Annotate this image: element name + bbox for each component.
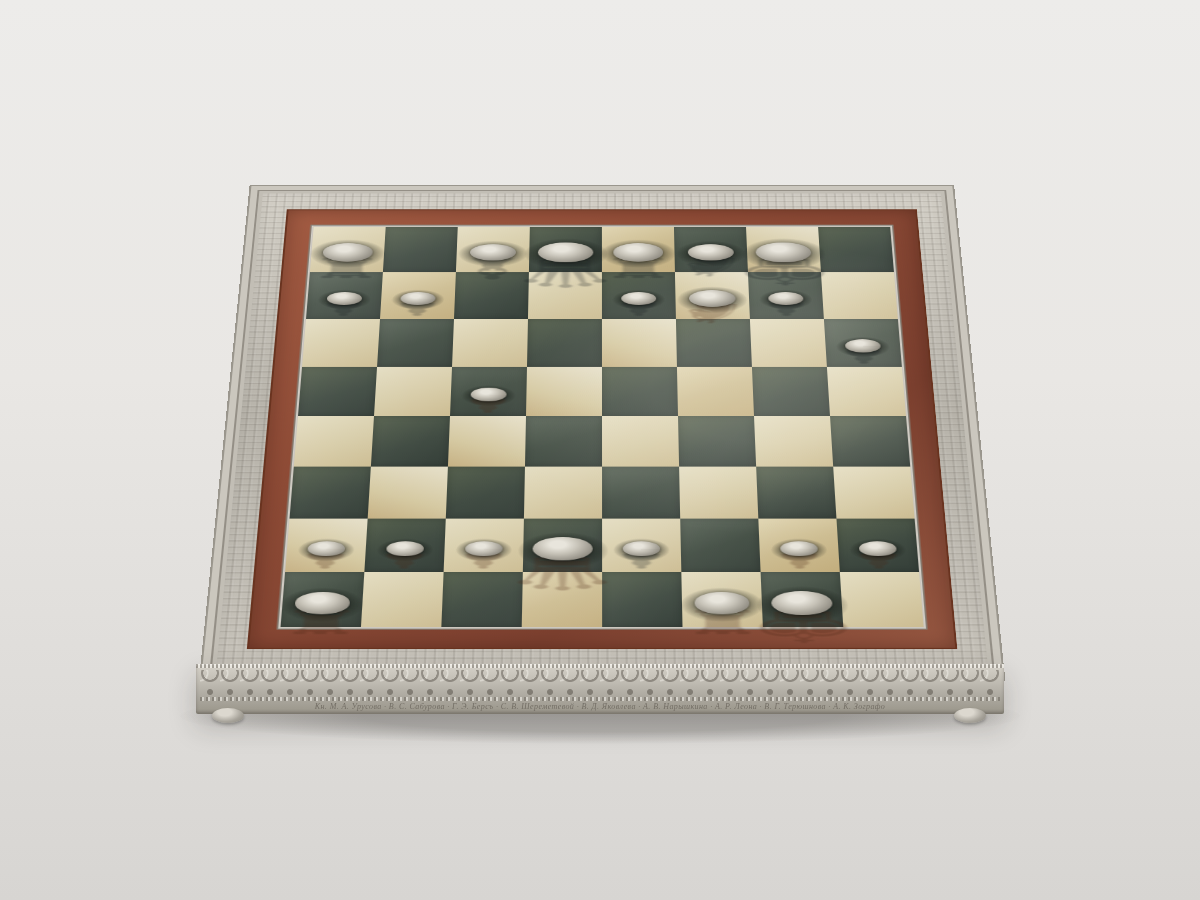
square-f8 [674,227,748,272]
square-f4 [678,416,756,467]
square-e8 [602,227,675,272]
square-h6 [824,319,902,367]
square-h8 [818,227,894,272]
acanthus-leaf-band [200,670,1000,696]
white-pawn-glyph: ♟ [378,493,432,553]
square-c7 [454,272,529,319]
square-a8 [310,227,386,272]
white-rook-glyph: ♜ [280,513,365,608]
square-h4 [830,416,910,467]
white-queen-glyph: ♛ [504,423,621,554]
square-a6 [302,319,380,367]
engraved-names: Кн. М. А. Урусова · В. С. Сабурова · Г. … [208,702,992,713]
square-f6 [676,319,752,367]
square-b5 [374,367,452,416]
square-b7 [380,272,456,319]
square-g5 [752,367,830,416]
square-e6 [602,319,677,367]
square-d5 [526,367,602,416]
frame-front-face: Кн. М. А. Урусова · В. С. Сабурова · Г. … [196,664,1004,714]
square-g4 [754,416,833,467]
square-h5 [827,367,906,416]
square-c5 [450,367,527,416]
square-e7 [602,272,676,319]
square-a5 [298,367,377,416]
bun-foot-left [212,708,244,723]
bead-row [200,697,1000,701]
square-d8 [529,227,602,272]
square-a4 [294,416,374,467]
chess-board: ♜♜♝♝♛♛♜♜♞♞♚♚♟♟♟♟♟♟♞♞♟♟♟♟♟♟♟♟♟♟♟♟♛♛♟♟♟♟♟♟… [199,185,1005,681]
square-g6 [750,319,827,367]
square-b4 [371,416,450,467]
white-pawn-glyph: ♟ [457,493,511,553]
square-d7 [528,272,602,319]
square-f5 [677,367,754,416]
white-king-glyph: ♚ [746,484,857,608]
square-g7 [748,272,824,319]
square-h7 [821,272,898,319]
photo-stage: ♜♜♝♝♛♛♜♜♞♞♚♚♟♟♟♟♟♟♞♞♟♟♟♟♟♟♟♟♟♟♟♟♛♛♟♟♟♟♟♟… [0,0,1200,900]
square-b1 [361,572,444,627]
square-f7 [675,272,750,319]
white-pawn-glyph: ♟ [851,493,905,553]
square-a7 [306,272,383,319]
square-c6 [452,319,528,367]
square-d6 [527,319,602,367]
square-g8 [746,227,821,272]
square-b8 [383,227,458,272]
bun-foot-right [954,708,986,723]
black-pawn-glyph: ♟ [615,493,669,553]
square-c8 [456,227,530,272]
perspective-scene: ♜♜♝♝♛♛♜♜♞♞♚♚♟♟♟♟♟♟♞♞♟♟♟♟♟♟♟♟♟♟♟♟♛♛♟♟♟♟♟♟… [0,0,1200,900]
square-e5 [602,367,678,416]
square-b6 [377,319,454,367]
